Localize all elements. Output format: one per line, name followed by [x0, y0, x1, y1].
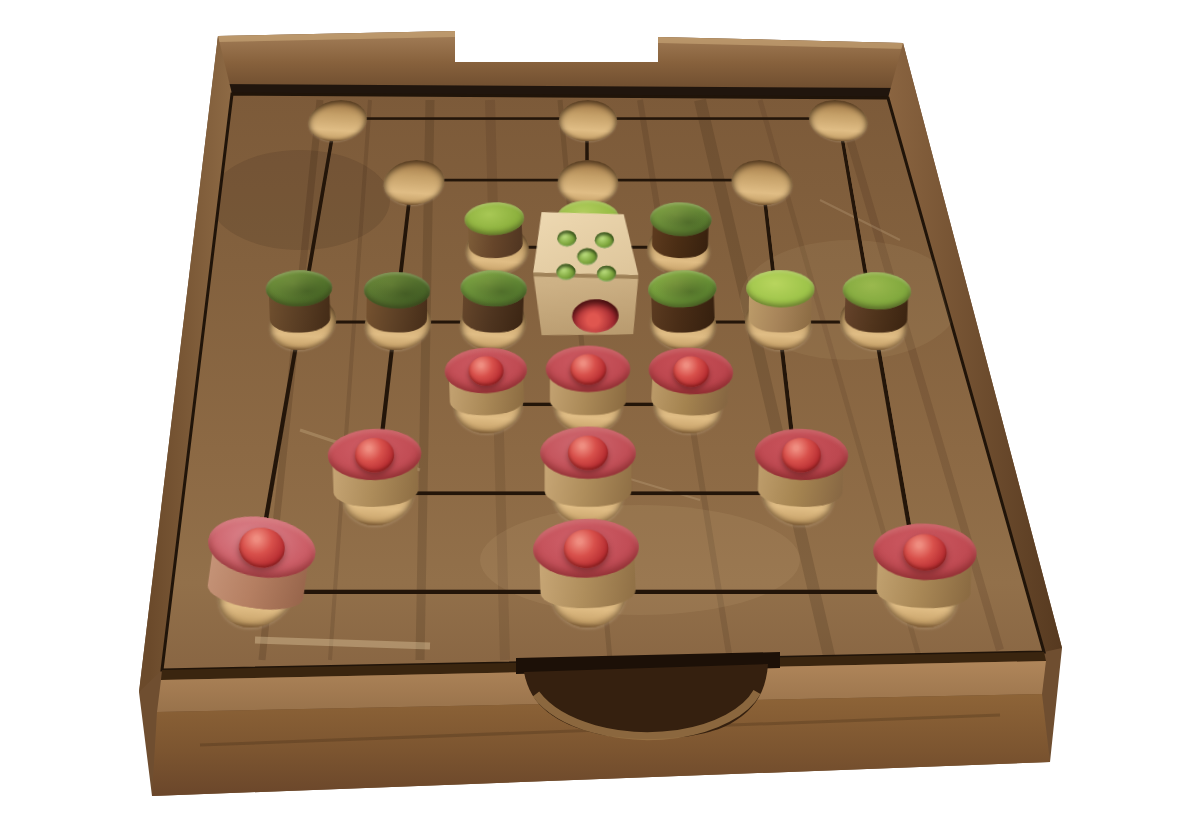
red-peg-d3[interactable]	[545, 345, 630, 415]
die-pip-green	[576, 247, 597, 265]
point-g7[interactable]	[792, 91, 886, 150]
green-peg-e5[interactable]	[648, 201, 712, 259]
point-e3[interactable]	[636, 362, 741, 447]
green-peg-b4[interactable]	[363, 271, 431, 333]
red-peg-d2[interactable]	[540, 426, 636, 506]
peg-painted-top	[745, 269, 814, 308]
green-peg-g4[interactable]	[841, 271, 912, 334]
hole-f6	[729, 160, 795, 205]
point-f6[interactable]	[715, 150, 809, 214]
red-peg-g1[interactable]	[871, 521, 977, 609]
red-peg-c3[interactable]	[443, 346, 528, 417]
peg-knob	[468, 355, 504, 386]
red-peg-a1[interactable]	[199, 509, 319, 615]
nine-mens-morris-scene	[0, 0, 1200, 816]
peg-knob	[563, 528, 609, 568]
peg-knob	[902, 532, 947, 571]
peg-knob	[567, 436, 607, 471]
red-peg-b2[interactable]	[326, 427, 422, 508]
green-peg-a4[interactable]	[265, 269, 334, 334]
green-peg-c4[interactable]	[458, 269, 527, 334]
point-g1[interactable]	[856, 540, 984, 644]
die-pip-green	[556, 263, 576, 280]
green-peg-f4[interactable]	[745, 269, 815, 333]
point-b2[interactable]	[319, 446, 434, 539]
red-peg-e3[interactable]	[646, 345, 734, 417]
green-peg-c5[interactable]	[463, 200, 526, 259]
hole-b6	[380, 160, 446, 205]
point-d1[interactable]	[531, 540, 644, 644]
point-b6[interactable]	[365, 150, 459, 214]
die-pip-green	[556, 229, 576, 246]
peg-painted-top	[363, 271, 430, 308]
hole-g7	[806, 100, 871, 141]
point-d7[interactable]	[545, 91, 630, 150]
hole-a7	[304, 100, 369, 141]
point-a7[interactable]	[289, 91, 383, 150]
hole-d7	[558, 100, 617, 141]
board-3d-scene	[255, 0, 920, 655]
point-a1[interactable]	[191, 540, 319, 644]
point-c3[interactable]	[434, 362, 539, 447]
wooden-die[interactable]	[531, 208, 640, 337]
red-peg-d1[interactable]	[532, 517, 641, 610]
hole-d6	[557, 160, 618, 205]
die-pip-green	[597, 264, 617, 281]
peg-knob	[570, 353, 606, 384]
point-f2[interactable]	[741, 446, 856, 539]
morris-board	[191, 91, 985, 644]
green-peg-e4[interactable]	[647, 269, 718, 334]
red-peg-f2[interactable]	[752, 427, 848, 508]
